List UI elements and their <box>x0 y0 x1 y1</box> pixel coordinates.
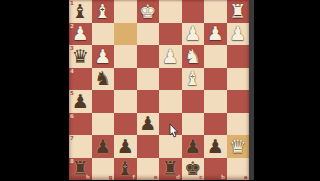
square-b1[interactable] <box>204 0 227 23</box>
white-pawn-a2[interactable]: ♟ <box>227 23 250 46</box>
square-e6[interactable]: ♟ <box>137 113 160 136</box>
square-a7[interactable]: ♛ <box>227 135 250 158</box>
square-f2[interactable] <box>114 23 137 46</box>
square-h8[interactable]: 8h♜ <box>69 158 92 181</box>
square-a5[interactable] <box>227 90 250 113</box>
black-rook-h8[interactable]: ♜ <box>69 158 92 181</box>
square-a2[interactable]: ♟ <box>227 23 250 46</box>
white-bishop-c4[interactable]: ♝ <box>182 68 205 91</box>
square-a8[interactable]: a <box>227 158 250 181</box>
square-a3[interactable] <box>227 45 250 68</box>
square-e1[interactable]: ♚ <box>137 0 160 23</box>
square-f8[interactable]: f♝ <box>114 158 137 181</box>
square-b7[interactable]: ♟ <box>204 135 227 158</box>
square-f5[interactable] <box>114 90 137 113</box>
square-d8[interactable]: d♜ <box>159 158 182 181</box>
square-f7[interactable]: ♟ <box>114 135 137 158</box>
rank-label-7: 7 <box>70 135 74 141</box>
square-a6[interactable] <box>227 113 250 136</box>
white-pawn-c2[interactable]: ♟ <box>182 23 205 46</box>
square-h5[interactable]: 5♟ <box>69 90 92 113</box>
black-pawn-e6[interactable]: ♟ <box>137 113 160 136</box>
black-bishop-f8[interactable]: ♝ <box>114 158 137 181</box>
square-d7[interactable] <box>159 135 182 158</box>
square-e4[interactable] <box>137 68 160 91</box>
black-rook-d8[interactable]: ♜ <box>159 158 182 181</box>
square-f4[interactable] <box>114 68 137 91</box>
square-c4[interactable]: ♝ <box>182 68 205 91</box>
white-queen-a7[interactable]: ♛ <box>227 135 250 158</box>
square-e3[interactable] <box>137 45 160 68</box>
square-c3[interactable]: ♞ <box>182 45 205 68</box>
square-b8[interactable]: b <box>204 158 227 181</box>
square-d5[interactable] <box>159 90 182 113</box>
white-bishop-g1[interactable]: ♝ <box>92 0 115 23</box>
black-pawn-c7[interactable]: ♟ <box>182 135 205 158</box>
square-a4[interactable] <box>227 68 250 91</box>
white-knight-c3[interactable]: ♞ <box>182 45 205 68</box>
square-a1[interactable]: ♜ <box>227 0 250 23</box>
square-f3[interactable] <box>114 45 137 68</box>
square-e7[interactable] <box>137 135 160 158</box>
black-pawn-g7[interactable]: ♟ <box>92 135 115 158</box>
black-bishop-h1[interactable]: ♝ <box>69 0 92 23</box>
square-d4[interactable] <box>159 68 182 91</box>
square-g1[interactable]: ♝ <box>92 0 115 23</box>
black-king-c8[interactable]: ♚ <box>182 158 205 181</box>
white-king-e1[interactable]: ♚ <box>137 0 160 23</box>
rank-label-6: 6 <box>70 113 74 119</box>
file-label-b: b <box>221 174 225 180</box>
square-h1[interactable]: 1♝ <box>69 0 92 23</box>
square-c7[interactable]: ♟ <box>182 135 205 158</box>
square-e8[interactable]: e <box>137 158 160 181</box>
file-label-a: a <box>244 174 248 180</box>
chess-board[interactable]: 1♝♝♚♜2♟♟♟♟3♛♟♟♞4♞♝5♟6♟7♟♟♟♟♛8h♜gf♝ed♜c♚b… <box>69 0 249 180</box>
file-label-g: g <box>109 174 113 180</box>
black-pawn-h5[interactable]: ♟ <box>69 90 92 113</box>
square-b5[interactable] <box>204 90 227 113</box>
square-b4[interactable] <box>204 68 227 91</box>
square-h3[interactable]: 3♛ <box>69 45 92 68</box>
file-label-e: e <box>154 174 158 180</box>
square-b2[interactable]: ♟ <box>204 23 227 46</box>
square-d6[interactable] <box>159 113 182 136</box>
white-pawn-d3[interactable]: ♟ <box>159 45 182 68</box>
square-g3[interactable]: ♟ <box>92 45 115 68</box>
black-pawn-b7[interactable]: ♟ <box>204 135 227 158</box>
square-d2[interactable] <box>159 23 182 46</box>
black-queen-h3[interactable]: ♛ <box>69 45 92 68</box>
square-d3[interactable]: ♟ <box>159 45 182 68</box>
square-h6[interactable]: 6 <box>69 113 92 136</box>
square-c1[interactable] <box>182 0 205 23</box>
square-g2[interactable] <box>92 23 115 46</box>
white-rook-a1[interactable]: ♜ <box>227 0 250 23</box>
square-h7[interactable]: 7 <box>69 135 92 158</box>
rank-label-4: 4 <box>70 68 74 74</box>
square-f1[interactable] <box>114 0 137 23</box>
square-g5[interactable] <box>92 90 115 113</box>
square-b6[interactable] <box>204 113 227 136</box>
square-d1[interactable] <box>159 0 182 23</box>
white-pawn-h2[interactable]: ♟ <box>69 23 92 46</box>
square-e5[interactable] <box>137 90 160 113</box>
square-g4[interactable]: ♞ <box>92 68 115 91</box>
square-f6[interactable] <box>114 113 137 136</box>
black-pawn-f7[interactable]: ♟ <box>114 135 137 158</box>
square-b3[interactable] <box>204 45 227 68</box>
square-c5[interactable] <box>182 90 205 113</box>
square-c8[interactable]: c♚ <box>182 158 205 181</box>
board-edge-strip <box>249 0 254 180</box>
square-g8[interactable]: g <box>92 158 115 181</box>
square-c2[interactable]: ♟ <box>182 23 205 46</box>
square-h2[interactable]: 2♟ <box>69 23 92 46</box>
white-pawn-g3[interactable]: ♟ <box>92 45 115 68</box>
square-c6[interactable] <box>182 113 205 136</box>
square-g7[interactable]: ♟ <box>92 135 115 158</box>
black-knight-g4[interactable]: ♞ <box>92 68 115 91</box>
square-e2[interactable] <box>137 23 160 46</box>
square-g6[interactable] <box>92 113 115 136</box>
white-pawn-b2[interactable]: ♟ <box>204 23 227 46</box>
square-h4[interactable]: 4 <box>69 68 92 91</box>
